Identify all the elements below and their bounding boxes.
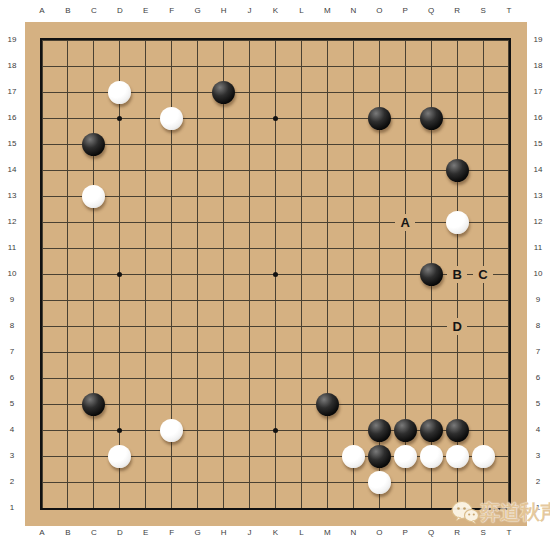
coord-number-right-6: 6 [529,373,547,382]
annotation-D: D [447,318,467,335]
coord-number-right-5: 5 [529,399,547,408]
coord-letter-bottom-F: F [164,528,180,537]
coord-letter-top-J: J [242,6,258,15]
star-point [273,116,278,121]
stone-black-Q4 [420,419,443,442]
coord-letter-bottom-P: P [397,528,413,537]
stone-black-Q10 [420,263,443,286]
annotation-A: A [395,214,415,231]
star-point [273,272,278,277]
coord-number-left-2: 2 [3,477,21,486]
coord-number-right-19: 19 [529,35,547,44]
coord-letter-bottom-R: R [449,528,465,537]
stone-white-P3 [394,445,417,468]
coord-letter-top-M: M [319,6,335,15]
coord-letter-bottom-C: C [86,528,102,537]
coord-letter-bottom-B: B [60,528,76,537]
coord-letter-bottom-A: A [34,528,50,537]
coord-number-right-18: 18 [529,61,547,70]
coord-letter-top-R: R [449,6,465,15]
stone-white-R12 [446,211,469,234]
coord-letter-bottom-L: L [293,528,309,537]
coord-number-right-14: 14 [529,165,547,174]
coord-number-right-2: 2 [529,477,547,486]
coord-number-left-19: 19 [3,35,21,44]
coord-letter-top-K: K [267,6,283,15]
coord-letter-bottom-G: G [190,528,206,537]
annotation-B: B [447,266,467,283]
coord-letter-bottom-H: H [216,528,232,537]
coord-number-left-6: 6 [3,373,21,382]
coord-letter-top-O: O [371,6,387,15]
coord-letter-bottom-S: S [475,528,491,537]
coord-number-right-1: 1 [529,503,547,512]
coord-letter-top-T: T [501,6,517,15]
coord-letter-bottom-K: K [267,528,283,537]
stone-black-C5 [82,393,105,416]
coord-number-left-9: 9 [3,295,21,304]
coord-number-left-11: 11 [3,243,21,252]
coord-letter-top-Q: Q [423,6,439,15]
stone-black-Q16 [420,107,443,130]
coord-number-left-16: 16 [3,113,21,122]
coord-letter-top-B: B [60,6,76,15]
annotation-C: C [473,266,493,283]
coord-number-right-8: 8 [529,321,547,330]
stone-black-C15 [82,133,105,156]
coord-number-right-4: 4 [529,425,547,434]
coord-number-left-12: 12 [3,217,21,226]
coord-letter-top-D: D [112,6,128,15]
coord-letter-top-F: F [164,6,180,15]
stone-white-C13 [82,185,105,208]
stone-white-N3 [342,445,365,468]
coord-letter-top-E: E [138,6,154,15]
stone-white-O2 [368,471,391,494]
coord-number-left-17: 17 [3,87,21,96]
coord-letter-bottom-M: M [319,528,335,537]
coord-number-left-15: 15 [3,139,21,148]
star-point [117,272,122,277]
coord-number-left-1: 1 [3,503,21,512]
coord-number-right-9: 9 [529,295,547,304]
coord-number-left-3: 3 [3,451,21,460]
coord-number-left-8: 8 [3,321,21,330]
coord-number-right-15: 15 [529,139,547,148]
stone-white-Q3 [420,445,443,468]
coord-letter-top-G: G [190,6,206,15]
stone-black-R4 [446,419,469,442]
coord-number-right-17: 17 [529,87,547,96]
go-diagram: 弈道秋声 ABCDAABBCCDDEEFFGGHHJJKKLLMMNNOOPPQ… [0,0,550,550]
coord-number-left-7: 7 [3,347,21,356]
coord-number-right-10: 10 [529,269,547,278]
coord-number-right-12: 12 [529,217,547,226]
stone-black-H17 [212,81,235,104]
coord-letter-bottom-O: O [371,528,387,537]
star-point [117,116,122,121]
coord-number-left-5: 5 [3,399,21,408]
coord-letter-bottom-Q: Q [423,528,439,537]
coord-letter-top-C: C [86,6,102,15]
coord-letter-bottom-J: J [242,528,258,537]
stone-white-D3 [108,445,131,468]
coord-letter-top-S: S [475,6,491,15]
coord-letter-top-H: H [216,6,232,15]
stone-white-F4 [160,419,183,442]
coord-letter-bottom-T: T [501,528,517,537]
stone-black-P4 [394,419,417,442]
stone-white-S3 [472,445,495,468]
coord-letter-top-P: P [397,6,413,15]
stone-black-R14 [446,159,469,182]
coord-number-right-3: 3 [529,451,547,460]
star-point [117,428,122,433]
stone-white-D17 [108,81,131,104]
coord-letter-bottom-D: D [112,528,128,537]
coord-number-left-13: 13 [3,191,21,200]
coord-number-left-18: 18 [3,61,21,70]
stone-black-O4 [368,419,391,442]
coord-letter-top-A: A [34,6,50,15]
stone-white-F16 [160,107,183,130]
stone-black-M5 [316,393,339,416]
coord-letter-bottom-E: E [138,528,154,537]
stone-white-R3 [446,445,469,468]
coord-number-left-10: 10 [3,269,21,278]
coord-number-right-11: 11 [529,243,547,252]
star-point [273,428,278,433]
coord-number-right-13: 13 [529,191,547,200]
coord-letter-top-N: N [345,6,361,15]
stone-black-O3 [368,445,391,468]
stone-black-O16 [368,107,391,130]
coord-letter-bottom-N: N [345,528,361,537]
coord-number-left-14: 14 [3,165,21,174]
coord-number-right-7: 7 [529,347,547,356]
coord-number-left-4: 4 [3,425,21,434]
coord-letter-top-L: L [293,6,309,15]
coord-number-right-16: 16 [529,113,547,122]
